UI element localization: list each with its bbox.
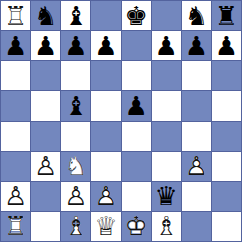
piece-black-king: ♚ [122,1,151,30]
square-g4[interactable] [182,122,211,151]
piece-white-pawn: ♟♙ [91,182,120,211]
square-d5[interactable] [91,91,120,120]
white-piece-outline-layer: ♗ [152,212,181,241]
piece-white-pawn: ♟♙ [1,182,30,211]
piece-black-rook: ♜ [212,1,241,30]
square-f1[interactable]: ♝♗ [152,212,181,241]
square-c8[interactable]: ♝ [61,1,90,30]
piece-white-rook: ♜♖ [1,1,30,30]
piece-white-bishop: ♝♗ [61,212,90,241]
white-piece-outline-layer: ♙ [31,152,60,181]
square-d2[interactable]: ♟♙ [91,182,120,211]
square-d4[interactable] [91,122,120,151]
square-c1[interactable]: ♝♗ [61,212,90,241]
square-b7[interactable]: ♟ [31,31,60,60]
black-piece-layer: ♟ [122,91,151,120]
square-f7[interactable]: ♟ [152,31,181,60]
square-a5[interactable] [1,91,30,120]
square-h6[interactable] [212,61,241,90]
chess-board: ♜♖♞♝♚♞♜♟♟♟♟♟♟♟♝♟♟♙♞♘♟♙♟♙♟♙♟♙♛♜♖♝♗♛♕♚♔♝♗ [0,0,242,242]
white-piece-outline-layer: ♕ [91,212,120,241]
piece-black-pawn: ♟ [91,31,120,60]
square-d6[interactable] [91,61,120,90]
square-g6[interactable] [182,61,211,90]
square-g8[interactable]: ♞ [182,1,211,30]
piece-white-pawn: ♟♙ [182,152,211,181]
white-piece-outline-layer: ♘ [61,152,90,181]
square-d1[interactable]: ♛♕ [91,212,120,241]
square-c4[interactable] [61,122,90,151]
square-e2[interactable] [122,182,151,211]
square-h5[interactable] [212,91,241,120]
piece-black-pawn: ♟ [1,31,30,60]
white-piece-outline-layer: ♖ [1,1,30,30]
square-g7[interactable]: ♟ [182,31,211,60]
black-piece-layer: ♝ [61,1,90,30]
piece-black-pawn: ♟ [61,31,90,60]
square-a4[interactable] [1,122,30,151]
white-piece-outline-layer: ♔ [122,212,151,241]
square-c5[interactable]: ♝ [61,91,90,120]
square-h4[interactable] [212,122,241,151]
piece-white-pawn: ♟♙ [61,182,90,211]
square-e7[interactable] [122,31,151,60]
white-piece-outline-layer: ♙ [1,182,30,211]
square-h2[interactable] [212,182,241,211]
square-b4[interactable] [31,122,60,151]
square-h1[interactable] [212,212,241,241]
square-b5[interactable] [31,91,60,120]
black-piece-layer: ♟ [152,31,181,60]
square-g3[interactable]: ♟♙ [182,152,211,181]
square-a6[interactable] [1,61,30,90]
square-a7[interactable]: ♟ [1,31,30,60]
black-piece-layer: ♟ [182,31,211,60]
square-b6[interactable] [31,61,60,90]
square-g1[interactable] [182,212,211,241]
piece-white-king: ♚♔ [122,212,151,241]
square-f4[interactable] [152,122,181,151]
square-a2[interactable]: ♟♙ [1,182,30,211]
piece-white-knight: ♞♘ [61,152,90,181]
square-h3[interactable] [212,152,241,181]
square-c3[interactable]: ♞♘ [61,152,90,181]
square-d7[interactable]: ♟ [91,31,120,60]
piece-black-pawn: ♟ [152,31,181,60]
black-piece-layer: ♟ [212,31,241,60]
black-piece-layer: ♞ [182,1,211,30]
black-piece-layer: ♟ [91,31,120,60]
piece-white-bishop: ♝♗ [152,212,181,241]
square-e6[interactable] [122,61,151,90]
black-piece-layer: ♞ [31,1,60,30]
black-piece-layer: ♝ [61,91,90,120]
square-b2[interactable] [31,182,60,211]
square-e3[interactable] [122,152,151,181]
square-e5[interactable]: ♟ [122,91,151,120]
square-f2[interactable]: ♛ [152,182,181,211]
square-b1[interactable] [31,212,60,241]
square-e1[interactable]: ♚♔ [122,212,151,241]
piece-white-pawn: ♟♙ [31,152,60,181]
piece-black-bishop: ♝ [61,1,90,30]
piece-black-knight: ♞ [182,1,211,30]
black-piece-layer: ♟ [61,31,90,60]
piece-black-pawn: ♟ [31,31,60,60]
piece-black-bishop: ♝ [61,91,90,120]
piece-black-pawn: ♟ [182,31,211,60]
black-piece-layer: ♟ [31,31,60,60]
white-piece-outline-layer: ♖ [1,212,30,241]
square-c2[interactable]: ♟♙ [61,182,90,211]
square-b3[interactable]: ♟♙ [31,152,60,181]
piece-white-rook: ♜♖ [1,212,30,241]
square-f3[interactable] [152,152,181,181]
black-piece-layer: ♜ [212,1,241,30]
piece-white-queen: ♛♕ [91,212,120,241]
square-h8[interactable]: ♜ [212,1,241,30]
piece-black-queen: ♛ [152,182,181,211]
square-e4[interactable] [122,122,151,151]
square-a8[interactable]: ♜♖ [1,1,30,30]
black-piece-layer: ♛ [152,182,181,211]
square-a3[interactable] [1,152,30,181]
square-d8[interactable] [91,1,120,30]
square-c6[interactable] [61,61,90,90]
square-f8[interactable] [152,1,181,30]
square-g5[interactable] [182,91,211,120]
white-piece-outline-layer: ♙ [61,182,90,211]
black-piece-layer: ♚ [122,1,151,30]
square-e8[interactable]: ♚ [122,1,151,30]
piece-black-pawn: ♟ [212,31,241,60]
square-b8[interactable]: ♞ [31,1,60,30]
white-piece-outline-layer: ♗ [61,212,90,241]
square-a1[interactable]: ♜♖ [1,212,30,241]
square-h7[interactable]: ♟ [212,31,241,60]
piece-black-pawn: ♟ [122,91,151,120]
square-f6[interactable] [152,61,181,90]
square-d3[interactable] [91,152,120,181]
black-piece-layer: ♟ [1,31,30,60]
white-piece-outline-layer: ♙ [91,182,120,211]
square-f5[interactable] [152,91,181,120]
piece-black-knight: ♞ [31,1,60,30]
white-piece-outline-layer: ♙ [182,152,211,181]
square-c7[interactable]: ♟ [61,31,90,60]
square-g2[interactable] [182,182,211,211]
